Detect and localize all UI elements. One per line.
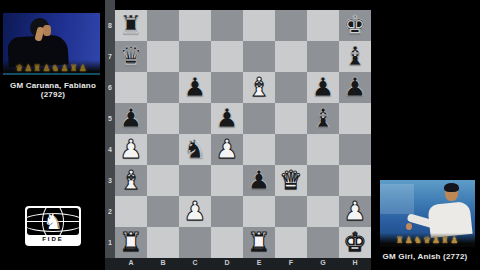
square-a7[interactable]: ♛ [115, 41, 147, 72]
square-c6[interactable]: ♟ [179, 72, 211, 103]
piece-white-queen: ♛ [275, 165, 307, 196]
fide-logo: ♞ FIDE [25, 206, 81, 246]
square-h4[interactable] [339, 134, 371, 165]
piece-white-bishop: ♝ [243, 72, 275, 103]
square-a8[interactable]: ♜ [115, 10, 147, 41]
piece-black-pawn: ♟ [211, 103, 243, 134]
square-d6[interactable] [211, 72, 243, 103]
square-g7[interactable] [307, 41, 339, 72]
piece-black-king: ♚ [339, 10, 371, 41]
square-b5[interactable] [147, 103, 179, 134]
chess-board: 87654321 ABCDEFGH ♜♚♛♝♟♝♟♟♟♟♝♟♞♟♝♟♛♟♟♜♜♚ [105, 0, 371, 270]
square-d4[interactable]: ♟ [211, 134, 243, 165]
file-label-e: E [243, 259, 275, 266]
square-g2[interactable] [307, 196, 339, 227]
left-player-video: ♛♟♜♟♞♟♜♟ [3, 13, 100, 75]
file-label-c: C [179, 259, 211, 266]
right-video-chess-pieces-row: ♜♟♞♛♟♜♟ [380, 233, 475, 247]
broadcast-frame: ♛♟♜♟♞♟♜♟ GM Caruana, Fabiano (2792) ♞ FI… [0, 0, 480, 270]
rank-label-1: 1 [105, 227, 115, 258]
square-c2[interactable]: ♟ [179, 196, 211, 227]
file-label-h: H [339, 259, 371, 266]
square-h2[interactable]: ♟ [339, 196, 371, 227]
fide-logo-label: FIDE [27, 235, 79, 244]
piece-white-king: ♚ [339, 227, 371, 258]
knight-icon: ♞ [27, 208, 79, 235]
rank-label-3: 3 [105, 165, 115, 196]
square-h8[interactable]: ♚ [339, 10, 371, 41]
square-g5[interactable]: ♝ [307, 103, 339, 134]
square-c1[interactable] [179, 227, 211, 258]
square-a6[interactable] [115, 72, 147, 103]
square-b7[interactable] [147, 41, 179, 72]
square-f1[interactable] [275, 227, 307, 258]
square-b8[interactable] [147, 10, 179, 41]
square-a4[interactable]: ♟ [115, 134, 147, 165]
square-e5[interactable] [243, 103, 275, 134]
square-e2[interactable] [243, 196, 275, 227]
left-player-caption: GM Caruana, Fabiano (2792) [0, 81, 106, 99]
file-label-b: B [147, 259, 179, 266]
square-h7[interactable]: ♝ [339, 41, 371, 72]
square-d3[interactable] [211, 165, 243, 196]
fide-globe: ♞ [27, 208, 79, 235]
right-player-caption: GM Giri, Anish (2772) [371, 252, 479, 261]
square-c4[interactable]: ♞ [179, 134, 211, 165]
rank-label-6: 6 [105, 72, 115, 103]
piece-white-rook: ♜ [115, 227, 147, 258]
square-a3[interactable]: ♝ [115, 165, 147, 196]
piece-white-pawn: ♟ [211, 134, 243, 165]
file-label-a: A [115, 259, 147, 266]
square-c3[interactable] [179, 165, 211, 196]
square-c7[interactable] [179, 41, 211, 72]
square-g8[interactable] [307, 10, 339, 41]
square-c8[interactable] [179, 10, 211, 41]
piece-white-pawn: ♟ [115, 134, 147, 165]
rank-label-7: 7 [105, 41, 115, 72]
piece-black-knight: ♞ [179, 134, 211, 165]
square-b4[interactable] [147, 134, 179, 165]
pieces-silhouette-icons: ♛♟♜♟♞♟♜♟ [15, 63, 88, 73]
square-a2[interactable] [115, 196, 147, 227]
square-b3[interactable] [147, 165, 179, 196]
board-squares: ♜♚♛♝♟♝♟♟♟♟♝♟♞♟♝♟♛♟♟♜♜♚ [115, 10, 371, 258]
left-player-face [43, 25, 51, 36]
square-e7[interactable] [243, 41, 275, 72]
square-h3[interactable] [339, 165, 371, 196]
square-f5[interactable] [275, 103, 307, 134]
piece-black-bishop: ♝ [307, 103, 339, 134]
square-d1[interactable] [211, 227, 243, 258]
piece-black-pawn: ♟ [115, 103, 147, 134]
piece-white-rook: ♜ [243, 227, 275, 258]
right-player-video: ♜♟♞♛♟♜♟ [380, 180, 475, 247]
square-d2[interactable] [211, 196, 243, 227]
square-a1[interactable]: ♜ [115, 227, 147, 258]
square-a5[interactable]: ♟ [115, 103, 147, 134]
piece-black-rook: ♜ [115, 10, 147, 41]
square-h6[interactable]: ♟ [339, 72, 371, 103]
right-player-hair [444, 183, 459, 192]
square-b2[interactable] [147, 196, 179, 227]
square-e4[interactable] [243, 134, 275, 165]
square-c5[interactable] [179, 103, 211, 134]
square-e1[interactable]: ♜ [243, 227, 275, 258]
file-label-g: G [307, 259, 339, 266]
square-f2[interactable] [275, 196, 307, 227]
square-g3[interactable] [307, 165, 339, 196]
square-h1[interactable]: ♚ [339, 227, 371, 258]
square-d5[interactable]: ♟ [211, 103, 243, 134]
piece-white-bishop: ♝ [115, 165, 147, 196]
piece-white-pawn: ♟ [179, 196, 211, 227]
file-label-d: D [211, 259, 243, 266]
piece-black-pawn: ♟ [243, 165, 275, 196]
right-video-background-panel [380, 184, 414, 214]
square-g4[interactable] [307, 134, 339, 165]
square-f6[interactable] [275, 72, 307, 103]
left-video-table-edge [3, 73, 100, 75]
square-e6[interactable]: ♝ [243, 72, 275, 103]
square-f3[interactable]: ♛ [275, 165, 307, 196]
right-player-hand [406, 223, 412, 230]
piece-black-pawn: ♟ [307, 72, 339, 103]
square-f4[interactable] [275, 134, 307, 165]
square-b6[interactable] [147, 72, 179, 103]
pieces-silhouette-icons: ♜♟♞♛♟♜♟ [396, 235, 459, 245]
square-f7[interactable] [275, 41, 307, 72]
square-d7[interactable] [211, 41, 243, 72]
piece-black-queen: ♛ [115, 41, 147, 72]
square-e3[interactable]: ♟ [243, 165, 275, 196]
file-label-f: F [275, 259, 307, 266]
piece-black-bishop: ♝ [339, 41, 371, 72]
square-h5[interactable] [339, 103, 371, 134]
rank-label-5: 5 [105, 103, 115, 134]
square-e8[interactable] [243, 10, 275, 41]
square-f8[interactable] [275, 10, 307, 41]
square-g6[interactable]: ♟ [307, 72, 339, 103]
piece-white-pawn: ♟ [339, 196, 371, 227]
piece-black-pawn: ♟ [179, 72, 211, 103]
square-g1[interactable] [307, 227, 339, 258]
square-d8[interactable] [211, 10, 243, 41]
rank-label-4: 4 [105, 134, 115, 165]
piece-black-pawn: ♟ [339, 72, 371, 103]
rank-label-8: 8 [105, 10, 115, 41]
rank-label-2: 2 [105, 196, 115, 227]
square-b1[interactable] [147, 227, 179, 258]
